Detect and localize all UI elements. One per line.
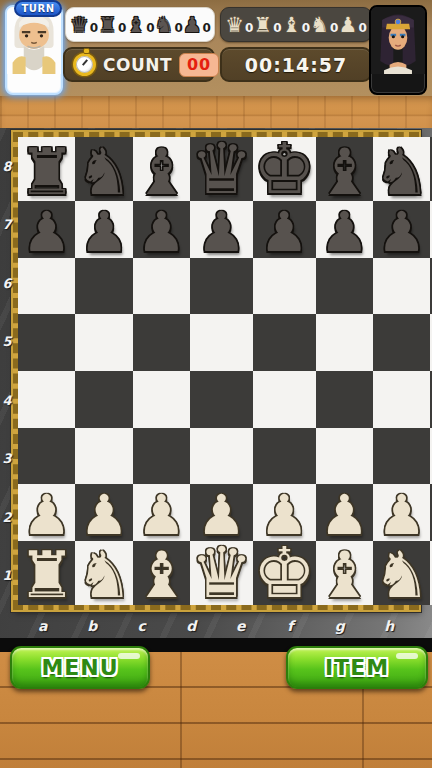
item-button-label: ITEM [325,655,389,680]
captured-white-rook: ♜0 [254,14,282,36]
captured-count: 0 [330,21,338,36]
timer-panel: 00:14:57 [220,47,372,82]
square-c4[interactable] [133,371,190,428]
captured-count: 0 [174,21,182,36]
file-label-d: d [167,613,217,639]
square-e5[interactable] [253,314,316,371]
menu-button-label: MENU [41,655,118,680]
square-e7[interactable]: ♟ [253,201,316,258]
square-d3[interactable] [190,428,253,485]
captured-white-knight: ♞0 [310,14,338,36]
black-knight-icon: ♞ [155,14,174,36]
square-f1[interactable]: ♝ [316,541,373,605]
square-d8[interactable]: ♛ [190,137,253,201]
captured-white-pawn: ♟0 [339,14,367,36]
square-a2[interactable]: ♟ [18,484,75,541]
square-f7[interactable]: ♟ [316,201,373,258]
captured-black-rook: ♜0 [98,14,126,36]
piece-white-knight-b1[interactable]: ♞ [75,546,132,605]
piece-white-king-e1[interactable]: ♚ [253,541,316,605]
square-f5[interactable] [316,314,373,371]
captured-black-pieces-panel: ♛0♜0♝0♞0♟0 [65,7,215,42]
piece-white-rook-a1[interactable]: ♜ [18,546,75,605]
captured-white-bishop: ♝0 [282,14,310,36]
rank-label-2: 2 [0,488,14,547]
piece-black-pawn-a7[interactable]: ♟ [22,207,71,258]
square-c7[interactable]: ♟ [133,201,190,258]
square-c5[interactable] [133,314,190,371]
game-timer: 00:14:57 [245,54,348,76]
white-rook-icon: ♜ [254,14,273,36]
file-label-h: h [365,613,415,639]
square-a3[interactable] [18,428,75,485]
file-labels: abcdefgh [18,613,414,639]
file-label-b: b [68,613,118,639]
captured-black-pawn: ♟0 [183,14,211,36]
square-d6[interactable] [190,258,253,315]
black-bishop-icon: ♝ [126,14,145,36]
captured-white-pieces-panel: ♛0♜0♝0♞0♟0 [220,7,372,42]
captured-count: 0 [273,21,281,36]
square-b7[interactable]: ♟ [75,201,132,258]
square-c8[interactable]: ♝ [133,137,190,201]
square-f3[interactable] [316,428,373,485]
chess-board: ♜♞♝♛♚♝♞♜♟♟♟♟♟♟♟♟♟♟♟♟♟♟♟♟♜♞♝♛♚♝♞♜ [18,137,414,605]
square-a5[interactable] [18,314,75,371]
rank-label-5: 5 [0,313,14,372]
rank-label-7: 7 [0,196,14,255]
piece-black-pawn-c7[interactable]: ♟ [137,207,186,258]
square-b3[interactable] [75,428,132,485]
square-b8[interactable]: ♞ [75,137,132,201]
captured-white-queen: ♛0 [225,14,253,36]
square-c1[interactable]: ♝ [133,541,190,605]
square-g1[interactable]: ♞ [373,541,430,605]
square-g4[interactable] [373,371,430,428]
rank-label-3: 3 [0,430,14,489]
item-button[interactable]: ITEM [286,646,428,689]
square-e4[interactable] [253,371,316,428]
square-d1[interactable]: ♛ [190,541,253,605]
square-e8[interactable]: ♚ [253,137,316,201]
square-a6[interactable] [18,258,75,315]
square-a8[interactable]: ♜ [18,137,75,201]
piece-black-knight-g8[interactable]: ♞ [373,143,430,202]
square-f8[interactable]: ♝ [316,137,373,201]
count-panel: COUNT 00 [63,47,215,82]
white-pawn-icon: ♟ [339,14,358,36]
menu-button[interactable]: MENU [10,646,150,689]
black-queen-icon: ♛ [70,14,89,36]
cleopatra-portrait [371,7,425,74]
square-f4[interactable] [316,371,373,428]
file-label-g: g [315,613,365,639]
square-g5[interactable] [373,314,430,371]
piece-white-bishop-f1[interactable]: ♝ [316,546,373,605]
count-value: 00 [187,55,211,74]
square-f2[interactable]: ♟ [316,484,373,541]
square-c3[interactable] [133,428,190,485]
piece-white-bishop-c1[interactable]: ♝ [133,546,190,605]
white-queen-icon: ♛ [225,14,244,36]
piece-white-pawn-g2[interactable]: ♟ [377,490,426,541]
square-d4[interactable] [190,371,253,428]
piece-black-pawn-d7[interactable]: ♟ [197,207,246,258]
white-knight-icon: ♞ [310,14,329,36]
chess-app-screen: TURN ♛0♜0♝0♞0♟0 ♛0♜0♝0♞0♟0 COUNT 00 00:1… [0,0,432,768]
stopwatch-icon [73,53,96,76]
captured-black-queen: ♛0 [70,14,98,36]
square-c2[interactable]: ♟ [133,484,190,541]
piece-white-pawn-b2[interactable]: ♟ [79,490,128,541]
square-g6[interactable] [373,258,430,315]
rank-label-8: 8 [0,137,14,196]
square-b6[interactable] [75,258,132,315]
square-a4[interactable] [18,371,75,428]
captured-count: 0 [358,21,366,36]
square-a7[interactable]: ♟ [18,201,75,258]
square-e1[interactable]: ♚ [253,541,316,605]
square-b4[interactable] [75,371,132,428]
square-d7[interactable]: ♟ [190,201,253,258]
square-b1[interactable]: ♞ [75,541,132,605]
rank-label-4: 4 [0,371,14,430]
captured-black-bishop: ♝0 [126,14,154,36]
piece-black-pawn-e7[interactable]: ♟ [260,207,309,258]
white-bishop-icon: ♝ [282,14,301,36]
rank-label-6: 6 [0,254,14,313]
file-label-e: e [216,613,266,639]
square-f6[interactable] [316,258,373,315]
piece-white-pawn-a2[interactable]: ♟ [22,490,71,541]
old-man-portrait [7,7,61,74]
captured-count: 0 [245,21,253,36]
file-label-f: f [266,613,316,639]
square-b5[interactable] [75,314,132,371]
piece-white-pawn-c2[interactable]: ♟ [137,490,186,541]
piece-white-queen-d1[interactable]: ♛ [190,541,253,605]
square-g8[interactable]: ♞ [373,137,430,201]
black-rook-icon: ♜ [98,14,117,36]
captured-black-knight: ♞0 [155,14,183,36]
left-player-avatar [5,5,63,95]
piece-black-knight-b8[interactable]: ♞ [75,143,132,202]
square-g3[interactable] [373,428,430,485]
piece-white-knight-g1[interactable]: ♞ [373,546,430,605]
piece-black-pawn-b7[interactable]: ♟ [79,207,128,258]
square-g7[interactable]: ♟ [373,201,430,258]
rank-label-1: 1 [0,547,14,606]
count-value-box: 00 [179,53,219,77]
piece-white-pawn-f2[interactable]: ♟ [320,490,369,541]
piece-black-king-e8[interactable]: ♚ [253,137,316,201]
black-pawn-icon: ♟ [183,14,202,36]
square-g2[interactable]: ♟ [373,484,430,541]
captured-count: 0 [118,21,126,36]
piece-black-bishop-f8[interactable]: ♝ [316,143,373,202]
square-c6[interactable] [133,258,190,315]
square-b2[interactable]: ♟ [75,484,132,541]
rank-labels-left: 87654321 [0,137,14,605]
file-label-c: c [117,613,167,639]
piece-black-bishop-c8[interactable]: ♝ [133,143,190,202]
square-a1[interactable]: ♜ [18,541,75,605]
square-e6[interactable] [253,258,316,315]
count-label: COUNT [103,55,172,75]
square-d5[interactable] [190,314,253,371]
captured-count: 0 [146,21,154,36]
piece-black-pawn-f7[interactable]: ♟ [320,207,369,258]
turn-badge: TURN [14,0,62,17]
captured-count: 0 [302,21,310,36]
square-e3[interactable] [253,428,316,485]
piece-black-pawn-g7[interactable]: ♟ [377,207,426,258]
captured-count: 0 [90,21,98,36]
piece-black-queen-d8[interactable]: ♛ [190,137,253,201]
right-player-avatar [369,5,427,95]
piece-black-rook-a8[interactable]: ♜ [18,143,75,202]
file-label-a: a [18,613,68,639]
captured-count: 0 [203,21,211,36]
